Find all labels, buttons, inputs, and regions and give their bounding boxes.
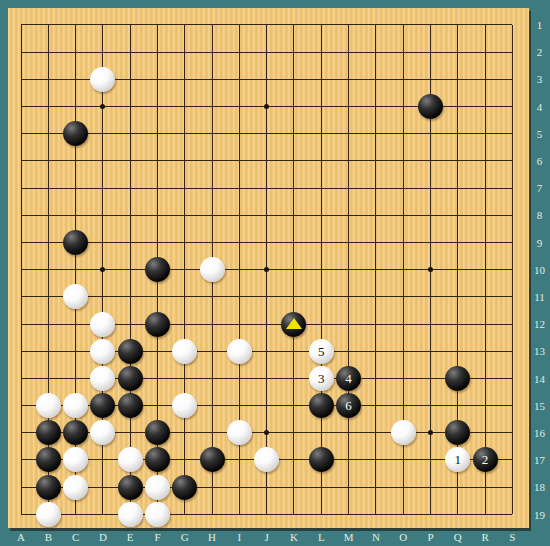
intersection-D8[interactable] bbox=[89, 202, 116, 229]
intersection-L18[interactable] bbox=[308, 474, 335, 501]
intersection-D6[interactable] bbox=[89, 147, 116, 174]
intersection-A11[interactable] bbox=[7, 283, 34, 310]
intersection-D16[interactable] bbox=[89, 419, 116, 446]
intersection-E14[interactable] bbox=[117, 365, 144, 392]
intersection-N2[interactable] bbox=[362, 39, 389, 66]
intersection-N18[interactable] bbox=[362, 474, 389, 501]
intersection-O8[interactable] bbox=[390, 202, 417, 229]
intersection-A17[interactable] bbox=[7, 446, 34, 473]
intersection-Q13[interactable] bbox=[444, 338, 471, 365]
intersection-K12[interactable] bbox=[280, 310, 307, 337]
intersection-I13[interactable] bbox=[226, 338, 253, 365]
intersection-A15[interactable] bbox=[7, 392, 34, 419]
intersection-B1[interactable] bbox=[35, 11, 62, 38]
intersection-J11[interactable] bbox=[253, 283, 280, 310]
intersection-F10[interactable] bbox=[144, 256, 171, 283]
intersection-H2[interactable] bbox=[198, 39, 225, 66]
intersection-L2[interactable] bbox=[308, 39, 335, 66]
intersection-A13[interactable] bbox=[7, 338, 34, 365]
intersection-G10[interactable] bbox=[171, 256, 198, 283]
white-stone-L14[interactable]: 3 bbox=[309, 366, 334, 391]
intersection-C2[interactable] bbox=[62, 39, 89, 66]
intersection-S13[interactable] bbox=[499, 338, 526, 365]
intersection-C12[interactable] bbox=[62, 310, 89, 337]
intersection-I6[interactable] bbox=[226, 147, 253, 174]
intersection-J16[interactable] bbox=[253, 419, 280, 446]
intersection-R1[interactable] bbox=[471, 11, 498, 38]
intersection-P17[interactable] bbox=[417, 446, 444, 473]
intersection-R4[interactable] bbox=[471, 93, 498, 120]
intersection-Q5[interactable] bbox=[444, 120, 471, 147]
intersection-F19[interactable] bbox=[144, 501, 171, 528]
intersection-K14[interactable] bbox=[280, 365, 307, 392]
intersection-E7[interactable] bbox=[117, 175, 144, 202]
intersection-R13[interactable] bbox=[471, 338, 498, 365]
intersection-I18[interactable] bbox=[226, 474, 253, 501]
intersection-R2[interactable] bbox=[471, 39, 498, 66]
intersection-C8[interactable] bbox=[62, 202, 89, 229]
intersection-L1[interactable] bbox=[308, 11, 335, 38]
black-stone-F12[interactable] bbox=[145, 312, 170, 337]
intersection-Q8[interactable] bbox=[444, 202, 471, 229]
intersection-G12[interactable] bbox=[171, 310, 198, 337]
intersection-Q2[interactable] bbox=[444, 39, 471, 66]
intersection-S2[interactable] bbox=[499, 39, 526, 66]
intersection-Q18[interactable] bbox=[444, 474, 471, 501]
intersection-I4[interactable] bbox=[226, 93, 253, 120]
intersection-C4[interactable] bbox=[62, 93, 89, 120]
white-stone-D16[interactable] bbox=[90, 420, 115, 445]
intersection-M15[interactable]: 6 bbox=[335, 392, 362, 419]
black-stone-Q16[interactable] bbox=[445, 420, 470, 445]
intersection-O12[interactable] bbox=[390, 310, 417, 337]
intersection-N19[interactable] bbox=[362, 501, 389, 528]
intersection-E16[interactable] bbox=[117, 419, 144, 446]
intersection-G15[interactable] bbox=[171, 392, 198, 419]
intersection-F13[interactable] bbox=[144, 338, 171, 365]
intersection-H17[interactable] bbox=[198, 446, 225, 473]
intersection-C18[interactable] bbox=[62, 474, 89, 501]
intersection-L16[interactable] bbox=[308, 419, 335, 446]
intersection-L5[interactable] bbox=[308, 120, 335, 147]
intersection-I1[interactable] bbox=[226, 11, 253, 38]
intersection-P11[interactable] bbox=[417, 283, 444, 310]
intersection-A19[interactable] bbox=[7, 501, 34, 528]
intersection-K1[interactable] bbox=[280, 11, 307, 38]
intersection-L3[interactable] bbox=[308, 66, 335, 93]
intersection-P8[interactable] bbox=[417, 202, 444, 229]
intersection-R7[interactable] bbox=[471, 175, 498, 202]
intersection-H13[interactable] bbox=[198, 338, 225, 365]
intersection-S9[interactable] bbox=[499, 229, 526, 256]
intersection-R9[interactable] bbox=[471, 229, 498, 256]
intersection-H5[interactable] bbox=[198, 120, 225, 147]
intersection-K10[interactable] bbox=[280, 256, 307, 283]
white-stone-D14[interactable] bbox=[90, 366, 115, 391]
intersection-B8[interactable] bbox=[35, 202, 62, 229]
intersection-P9[interactable] bbox=[417, 229, 444, 256]
intersection-E19[interactable] bbox=[117, 501, 144, 528]
intersection-J12[interactable] bbox=[253, 310, 280, 337]
black-stone-C9[interactable] bbox=[63, 230, 88, 255]
intersection-I7[interactable] bbox=[226, 175, 253, 202]
intersection-D9[interactable] bbox=[89, 229, 116, 256]
intersection-M14[interactable]: 4 bbox=[335, 365, 362, 392]
intersection-G1[interactable] bbox=[171, 11, 198, 38]
intersection-N7[interactable] bbox=[362, 175, 389, 202]
intersection-A4[interactable] bbox=[7, 93, 34, 120]
intersection-M4[interactable] bbox=[335, 93, 362, 120]
intersection-S4[interactable] bbox=[499, 93, 526, 120]
intersection-N12[interactable] bbox=[362, 310, 389, 337]
intersection-O5[interactable] bbox=[390, 120, 417, 147]
intersection-R11[interactable] bbox=[471, 283, 498, 310]
intersection-N6[interactable] bbox=[362, 147, 389, 174]
intersection-I5[interactable] bbox=[226, 120, 253, 147]
intersection-C9[interactable] bbox=[62, 229, 89, 256]
intersection-K8[interactable] bbox=[280, 202, 307, 229]
intersection-B13[interactable] bbox=[35, 338, 62, 365]
intersection-A18[interactable] bbox=[7, 474, 34, 501]
intersection-G19[interactable] bbox=[171, 501, 198, 528]
intersection-I8[interactable] bbox=[226, 202, 253, 229]
black-stone-E14[interactable] bbox=[118, 366, 143, 391]
intersection-F16[interactable] bbox=[144, 419, 171, 446]
intersection-P7[interactable] bbox=[417, 175, 444, 202]
intersection-F3[interactable] bbox=[144, 66, 171, 93]
intersection-K3[interactable] bbox=[280, 66, 307, 93]
black-stone-F10[interactable] bbox=[145, 257, 170, 282]
intersection-F14[interactable] bbox=[144, 365, 171, 392]
black-stone-C5[interactable] bbox=[63, 121, 88, 146]
intersection-G16[interactable] bbox=[171, 419, 198, 446]
intersection-A1[interactable] bbox=[7, 11, 34, 38]
intersection-L15[interactable] bbox=[308, 392, 335, 419]
intersection-B6[interactable] bbox=[35, 147, 62, 174]
black-stone-E18[interactable] bbox=[118, 475, 143, 500]
intersection-F7[interactable] bbox=[144, 175, 171, 202]
intersection-D13[interactable] bbox=[89, 338, 116, 365]
intersection-S15[interactable] bbox=[499, 392, 526, 419]
intersection-F11[interactable] bbox=[144, 283, 171, 310]
black-stone-E15[interactable] bbox=[118, 393, 143, 418]
black-stone-F16[interactable] bbox=[145, 420, 170, 445]
intersection-Q7[interactable] bbox=[444, 175, 471, 202]
intersection-H14[interactable] bbox=[198, 365, 225, 392]
intersection-L8[interactable] bbox=[308, 202, 335, 229]
intersection-B9[interactable] bbox=[35, 229, 62, 256]
black-stone-M14[interactable]: 4 bbox=[336, 366, 361, 391]
intersection-C17[interactable] bbox=[62, 446, 89, 473]
intersection-I10[interactable] bbox=[226, 256, 253, 283]
black-stone-L17[interactable] bbox=[309, 447, 334, 472]
intersection-R10[interactable] bbox=[471, 256, 498, 283]
intersection-H12[interactable] bbox=[198, 310, 225, 337]
intersection-J1[interactable] bbox=[253, 11, 280, 38]
intersection-A3[interactable] bbox=[7, 66, 34, 93]
intersection-D11[interactable] bbox=[89, 283, 116, 310]
white-stone-C18[interactable] bbox=[63, 475, 88, 500]
intersection-D1[interactable] bbox=[89, 11, 116, 38]
intersection-J4[interactable] bbox=[253, 93, 280, 120]
white-stone-C11[interactable] bbox=[63, 284, 88, 309]
intersection-S5[interactable] bbox=[499, 120, 526, 147]
intersection-A6[interactable] bbox=[7, 147, 34, 174]
white-stone-L13[interactable]: 5 bbox=[309, 339, 334, 364]
intersection-R8[interactable] bbox=[471, 202, 498, 229]
intersection-A10[interactable] bbox=[7, 256, 34, 283]
intersection-J6[interactable] bbox=[253, 147, 280, 174]
intersection-S17[interactable] bbox=[499, 446, 526, 473]
intersection-J15[interactable] bbox=[253, 392, 280, 419]
intersection-N14[interactable] bbox=[362, 365, 389, 392]
intersection-L4[interactable] bbox=[308, 93, 335, 120]
intersection-M19[interactable] bbox=[335, 501, 362, 528]
intersection-P19[interactable] bbox=[417, 501, 444, 528]
intersection-O6[interactable] bbox=[390, 147, 417, 174]
intersection-J13[interactable] bbox=[253, 338, 280, 365]
intersection-N3[interactable] bbox=[362, 66, 389, 93]
intersection-M16[interactable] bbox=[335, 419, 362, 446]
intersection-J9[interactable] bbox=[253, 229, 280, 256]
intersection-Q16[interactable] bbox=[444, 419, 471, 446]
intersection-H10[interactable] bbox=[198, 256, 225, 283]
intersection-D10[interactable] bbox=[89, 256, 116, 283]
white-stone-Q17[interactable]: 1 bbox=[445, 447, 470, 472]
black-stone-G18[interactable] bbox=[172, 475, 197, 500]
intersection-S16[interactable] bbox=[499, 419, 526, 446]
intersection-Q1[interactable] bbox=[444, 11, 471, 38]
intersection-L11[interactable] bbox=[308, 283, 335, 310]
intersection-N4[interactable] bbox=[362, 93, 389, 120]
black-stone-L15[interactable] bbox=[309, 393, 334, 418]
intersection-O9[interactable] bbox=[390, 229, 417, 256]
intersection-O4[interactable] bbox=[390, 93, 417, 120]
intersection-E10[interactable] bbox=[117, 256, 144, 283]
intersection-O19[interactable] bbox=[390, 501, 417, 528]
intersection-C5[interactable] bbox=[62, 120, 89, 147]
intersection-B14[interactable] bbox=[35, 365, 62, 392]
intersection-E15[interactable] bbox=[117, 392, 144, 419]
intersection-B10[interactable] bbox=[35, 256, 62, 283]
intersection-C11[interactable] bbox=[62, 283, 89, 310]
intersection-F2[interactable] bbox=[144, 39, 171, 66]
intersection-P4[interactable] bbox=[417, 93, 444, 120]
intersection-P12[interactable] bbox=[417, 310, 444, 337]
intersection-I2[interactable] bbox=[226, 39, 253, 66]
intersection-O16[interactable] bbox=[390, 419, 417, 446]
intersection-Q6[interactable] bbox=[444, 147, 471, 174]
intersection-H18[interactable] bbox=[198, 474, 225, 501]
intersection-D17[interactable] bbox=[89, 446, 116, 473]
intersection-M5[interactable] bbox=[335, 120, 362, 147]
intersection-N10[interactable] bbox=[362, 256, 389, 283]
black-stone-M15[interactable]: 6 bbox=[336, 393, 361, 418]
intersection-F15[interactable] bbox=[144, 392, 171, 419]
intersection-K7[interactable] bbox=[280, 175, 307, 202]
intersection-J7[interactable] bbox=[253, 175, 280, 202]
white-stone-I13[interactable] bbox=[227, 339, 252, 364]
intersection-H6[interactable] bbox=[198, 147, 225, 174]
intersection-K9[interactable] bbox=[280, 229, 307, 256]
intersection-M7[interactable] bbox=[335, 175, 362, 202]
intersection-J5[interactable] bbox=[253, 120, 280, 147]
intersection-N16[interactable] bbox=[362, 419, 389, 446]
black-stone-B16[interactable] bbox=[36, 420, 61, 445]
intersection-R14[interactable] bbox=[471, 365, 498, 392]
white-stone-E17[interactable] bbox=[118, 447, 143, 472]
intersection-D15[interactable] bbox=[89, 392, 116, 419]
intersection-N15[interactable] bbox=[362, 392, 389, 419]
intersection-R6[interactable] bbox=[471, 147, 498, 174]
intersection-H7[interactable] bbox=[198, 175, 225, 202]
intersection-K4[interactable] bbox=[280, 93, 307, 120]
intersection-B12[interactable] bbox=[35, 310, 62, 337]
intersection-F6[interactable] bbox=[144, 147, 171, 174]
intersection-C1[interactable] bbox=[62, 11, 89, 38]
intersection-I14[interactable] bbox=[226, 365, 253, 392]
intersection-B7[interactable] bbox=[35, 175, 62, 202]
white-stone-F18[interactable] bbox=[145, 475, 170, 500]
black-stone-D15[interactable] bbox=[90, 393, 115, 418]
intersection-P6[interactable] bbox=[417, 147, 444, 174]
black-stone-K12[interactable] bbox=[281, 312, 306, 337]
intersection-O2[interactable] bbox=[390, 39, 417, 66]
intersection-B11[interactable] bbox=[35, 283, 62, 310]
intersection-C7[interactable] bbox=[62, 175, 89, 202]
white-stone-I16[interactable] bbox=[227, 420, 252, 445]
intersection-H19[interactable] bbox=[198, 501, 225, 528]
intersection-G5[interactable] bbox=[171, 120, 198, 147]
intersection-B4[interactable] bbox=[35, 93, 62, 120]
intersection-D2[interactable] bbox=[89, 39, 116, 66]
intersection-J2[interactable] bbox=[253, 39, 280, 66]
intersection-C16[interactable] bbox=[62, 419, 89, 446]
intersection-R18[interactable] bbox=[471, 474, 498, 501]
intersection-B17[interactable] bbox=[35, 446, 62, 473]
intersection-O3[interactable] bbox=[390, 66, 417, 93]
intersection-E3[interactable] bbox=[117, 66, 144, 93]
intersection-P5[interactable] bbox=[417, 120, 444, 147]
intersection-M8[interactable] bbox=[335, 202, 362, 229]
intersection-N8[interactable] bbox=[362, 202, 389, 229]
intersection-S3[interactable] bbox=[499, 66, 526, 93]
intersection-M11[interactable] bbox=[335, 283, 362, 310]
intersection-H11[interactable] bbox=[198, 283, 225, 310]
intersection-O11[interactable] bbox=[390, 283, 417, 310]
intersection-M18[interactable] bbox=[335, 474, 362, 501]
intersection-C19[interactable] bbox=[62, 501, 89, 528]
intersection-E12[interactable] bbox=[117, 310, 144, 337]
black-stone-B18[interactable] bbox=[36, 475, 61, 500]
intersection-K13[interactable] bbox=[280, 338, 307, 365]
intersection-F1[interactable] bbox=[144, 11, 171, 38]
intersection-D19[interactable] bbox=[89, 501, 116, 528]
intersection-B19[interactable] bbox=[35, 501, 62, 528]
intersection-L17[interactable] bbox=[308, 446, 335, 473]
intersection-O18[interactable] bbox=[390, 474, 417, 501]
intersection-Q9[interactable] bbox=[444, 229, 471, 256]
intersection-A7[interactable] bbox=[7, 175, 34, 202]
intersection-A5[interactable] bbox=[7, 120, 34, 147]
intersection-R16[interactable] bbox=[471, 419, 498, 446]
white-stone-F19[interactable] bbox=[145, 502, 170, 527]
intersection-K19[interactable] bbox=[280, 501, 307, 528]
intersection-M6[interactable] bbox=[335, 147, 362, 174]
intersection-I3[interactable] bbox=[226, 66, 253, 93]
intersection-M1[interactable] bbox=[335, 11, 362, 38]
intersection-Q10[interactable] bbox=[444, 256, 471, 283]
black-stone-Q14[interactable] bbox=[445, 366, 470, 391]
intersection-S11[interactable] bbox=[499, 283, 526, 310]
intersection-F9[interactable] bbox=[144, 229, 171, 256]
intersection-L19[interactable] bbox=[308, 501, 335, 528]
intersection-R12[interactable] bbox=[471, 310, 498, 337]
intersection-E11[interactable] bbox=[117, 283, 144, 310]
intersection-B16[interactable] bbox=[35, 419, 62, 446]
intersection-M10[interactable] bbox=[335, 256, 362, 283]
intersection-F4[interactable] bbox=[144, 93, 171, 120]
intersection-O13[interactable] bbox=[390, 338, 417, 365]
intersection-G9[interactable] bbox=[171, 229, 198, 256]
intersection-O15[interactable] bbox=[390, 392, 417, 419]
intersection-H8[interactable] bbox=[198, 202, 225, 229]
intersection-P16[interactable] bbox=[417, 419, 444, 446]
intersection-K18[interactable] bbox=[280, 474, 307, 501]
intersection-G2[interactable] bbox=[171, 39, 198, 66]
intersection-I16[interactable] bbox=[226, 419, 253, 446]
intersection-M9[interactable] bbox=[335, 229, 362, 256]
white-stone-J17[interactable] bbox=[254, 447, 279, 472]
intersection-R17[interactable]: 2 bbox=[471, 446, 498, 473]
intersection-A2[interactable] bbox=[7, 39, 34, 66]
intersection-G4[interactable] bbox=[171, 93, 198, 120]
intersection-J19[interactable] bbox=[253, 501, 280, 528]
intersection-B3[interactable] bbox=[35, 66, 62, 93]
intersection-P10[interactable] bbox=[417, 256, 444, 283]
intersection-G13[interactable] bbox=[171, 338, 198, 365]
intersection-I17[interactable] bbox=[226, 446, 253, 473]
intersection-E13[interactable] bbox=[117, 338, 144, 365]
intersection-S18[interactable] bbox=[499, 474, 526, 501]
intersection-R3[interactable] bbox=[471, 66, 498, 93]
intersection-B18[interactable] bbox=[35, 474, 62, 501]
intersection-S7[interactable] bbox=[499, 175, 526, 202]
intersection-S8[interactable] bbox=[499, 202, 526, 229]
intersection-G18[interactable] bbox=[171, 474, 198, 501]
intersection-L9[interactable] bbox=[308, 229, 335, 256]
intersection-M3[interactable] bbox=[335, 66, 362, 93]
white-stone-D12[interactable] bbox=[90, 312, 115, 337]
intersection-S12[interactable] bbox=[499, 310, 526, 337]
intersection-N5[interactable] bbox=[362, 120, 389, 147]
intersection-C14[interactable] bbox=[62, 365, 89, 392]
white-stone-D3[interactable] bbox=[90, 67, 115, 92]
intersection-M13[interactable] bbox=[335, 338, 362, 365]
white-stone-D13[interactable] bbox=[90, 339, 115, 364]
intersection-D12[interactable] bbox=[89, 310, 116, 337]
intersection-N9[interactable] bbox=[362, 229, 389, 256]
intersection-D5[interactable] bbox=[89, 120, 116, 147]
intersection-A8[interactable] bbox=[7, 202, 34, 229]
intersection-H3[interactable] bbox=[198, 66, 225, 93]
intersection-G11[interactable] bbox=[171, 283, 198, 310]
intersection-N17[interactable] bbox=[362, 446, 389, 473]
intersection-K11[interactable] bbox=[280, 283, 307, 310]
intersection-K6[interactable] bbox=[280, 147, 307, 174]
intersection-E1[interactable] bbox=[117, 11, 144, 38]
black-stone-B17[interactable] bbox=[36, 447, 61, 472]
